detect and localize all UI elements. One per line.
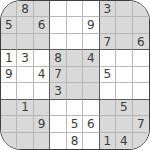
cell-r1c8[interactable] [116, 1, 132, 17]
cell-r5c3[interactable]: 4 [34, 67, 50, 83]
cell-r4c3[interactable] [34, 50, 50, 66]
cell-r1c3[interactable] [34, 1, 50, 17]
cell-r8c2[interactable] [17, 116, 33, 132]
cell-r7c3[interactable] [34, 100, 50, 116]
cell-r5c9[interactable] [133, 67, 149, 83]
cell-r2c4[interactable] [50, 17, 66, 33]
cell-r3c9[interactable]: 6 [133, 34, 149, 50]
cell-r3c8[interactable] [116, 34, 132, 50]
cell-r9c9[interactable] [133, 133, 149, 149]
cell-r3c1[interactable] [1, 34, 17, 50]
cell-r4c7[interactable] [100, 50, 116, 66]
cell-r6c2[interactable] [17, 83, 33, 99]
cell-r2c5[interactable] [67, 17, 83, 33]
cell-r1c6[interactable] [83, 1, 99, 17]
cell-r5c2[interactable] [17, 67, 33, 83]
cell-r5c4[interactable]: 7 [50, 67, 66, 83]
cell-r9c1[interactable] [1, 133, 17, 149]
cell-r5c5[interactable] [67, 67, 83, 83]
cell-r6c1[interactable] [1, 83, 17, 99]
cell-r9c3[interactable] [34, 133, 50, 149]
cell-r7c4[interactable] [50, 100, 66, 116]
cell-r1c7[interactable]: 3 [100, 1, 116, 17]
cell-r3c6[interactable] [83, 34, 99, 50]
cell-r8c5[interactable]: 5 [67, 116, 83, 132]
sudoku-grid: 8356976138494753159567814 [1, 1, 149, 149]
cell-r1c5[interactable] [67, 1, 83, 17]
cell-r8c7[interactable] [100, 116, 116, 132]
cell-r7c8[interactable]: 5 [116, 100, 132, 116]
cell-r8c6[interactable]: 6 [83, 116, 99, 132]
cell-r8c9[interactable]: 7 [133, 116, 149, 132]
cell-r5c8[interactable] [116, 67, 132, 83]
cell-r6c8[interactable] [116, 83, 132, 99]
cell-r6c4[interactable]: 3 [50, 83, 66, 99]
cell-r4c9[interactable] [133, 50, 149, 66]
cell-r7c7[interactable] [100, 100, 116, 116]
cell-r4c8[interactable] [116, 50, 132, 66]
cell-r3c7[interactable]: 7 [100, 34, 116, 50]
cell-r9c8[interactable]: 4 [116, 133, 132, 149]
cell-r5c1[interactable]: 9 [1, 67, 17, 83]
cell-r2c1[interactable]: 5 [1, 17, 17, 33]
cell-r9c7[interactable]: 1 [100, 133, 116, 149]
cell-r6c6[interactable] [83, 83, 99, 99]
cell-r1c4[interactable] [50, 1, 66, 17]
cell-r1c2[interactable]: 8 [17, 1, 33, 17]
cell-r2c8[interactable] [116, 17, 132, 33]
cell-r9c4[interactable] [50, 133, 66, 149]
cell-r1c9[interactable] [133, 1, 149, 17]
cell-r7c5[interactable] [67, 100, 83, 116]
cell-r2c6[interactable]: 9 [83, 17, 99, 33]
cell-r7c9[interactable] [133, 100, 149, 116]
cell-r4c6[interactable]: 4 [83, 50, 99, 66]
cell-r4c5[interactable] [67, 50, 83, 66]
cell-r6c9[interactable] [133, 83, 149, 99]
cell-r4c1[interactable]: 1 [1, 50, 17, 66]
cell-r6c5[interactable] [67, 83, 83, 99]
cell-r2c3[interactable]: 6 [34, 17, 50, 33]
cell-r7c1[interactable] [1, 100, 17, 116]
cell-r9c5[interactable]: 8 [67, 133, 83, 149]
cell-r6c3[interactable] [34, 83, 50, 99]
cell-r9c2[interactable] [17, 133, 33, 149]
cell-r8c1[interactable] [1, 116, 17, 132]
cell-r3c2[interactable] [17, 34, 33, 50]
cell-r9c6[interactable] [83, 133, 99, 149]
cell-r6c7[interactable] [100, 83, 116, 99]
cell-r2c9[interactable] [133, 17, 149, 33]
cell-r3c3[interactable] [34, 34, 50, 50]
cell-r3c4[interactable] [50, 34, 66, 50]
cell-r5c6[interactable] [83, 67, 99, 83]
cell-r7c6[interactable] [83, 100, 99, 116]
cell-r1c1[interactable] [1, 1, 17, 17]
cell-r5c7[interactable]: 5 [100, 67, 116, 83]
cell-r2c7[interactable] [100, 17, 116, 33]
cell-r8c4[interactable] [50, 116, 66, 132]
cell-r7c2[interactable]: 1 [17, 100, 33, 116]
cell-r8c8[interactable] [116, 116, 132, 132]
cell-r2c2[interactable] [17, 17, 33, 33]
sudoku-board: 8356976138494753159567814 [0, 0, 150, 150]
cell-r8c3[interactable]: 9 [34, 116, 50, 132]
cell-r3c5[interactable] [67, 34, 83, 50]
cell-r4c2[interactable]: 3 [17, 50, 33, 66]
cell-r4c4[interactable]: 8 [50, 50, 66, 66]
